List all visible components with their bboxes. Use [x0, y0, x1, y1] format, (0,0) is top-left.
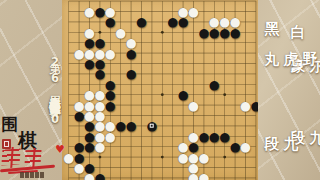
last-move-marker [150, 124, 155, 129]
black-stone: ● [115, 120, 126, 131]
black-stone: ● [250, 100, 258, 111]
black-stone: ● [126, 120, 137, 131]
heart-icon: ♥ [55, 143, 65, 156]
white-stone: ● [105, 6, 116, 17]
logo-char-wei: 围 [1, 113, 18, 136]
star-point [161, 156, 164, 159]
white-player-name: 谢尔豪 [288, 46, 320, 48]
black-player-rank: 九段 [262, 124, 300, 126]
black-stone: ● [94, 172, 105, 180]
black-stone: ● [198, 27, 209, 38]
star-point [161, 93, 164, 96]
white-stone: ● [74, 48, 85, 59]
white-stone: ● [240, 141, 251, 152]
star-point [161, 31, 164, 34]
white-stone: ● [94, 48, 105, 59]
white-stone: ● [198, 152, 209, 163]
white-stone: ● [178, 152, 189, 163]
black-color-label: 黑 [262, 9, 281, 11]
star-point [99, 156, 102, 159]
black-stone: ● [167, 16, 178, 27]
white-stone: ● [188, 131, 199, 142]
black-stone: ● [219, 131, 230, 142]
white-stone: ● [126, 37, 137, 48]
graffiti-stroke-block [24, 150, 41, 166]
white-stone: ● [198, 172, 209, 180]
white-stone: ● [105, 48, 116, 59]
black-stone: ● [94, 6, 105, 17]
black-stone: ● [198, 131, 209, 142]
star-point [223, 93, 226, 96]
white-stone: ● [74, 100, 85, 111]
white-stone: ● [188, 6, 199, 17]
graffiti-stroke-block [1, 148, 20, 165]
white-stone: ● [84, 27, 95, 38]
white-stone: ● [188, 100, 199, 111]
star-point [223, 156, 226, 159]
black-stone: ● [94, 68, 105, 79]
white-stone: ● [230, 16, 241, 27]
white-stone: ● [219, 16, 230, 27]
black-stone: ● [146, 120, 157, 131]
black-stone: ● [178, 89, 189, 100]
white-stone: ● [74, 162, 85, 173]
black-stone: ● [230, 141, 241, 152]
white-stone: ● [84, 6, 95, 17]
go-board: ●●●●●●●●●●●●●●●●●●●●●●●●●●●●●●●●●●●●●●●●… [62, 0, 258, 180]
go-broadcast-thumbnail: 第26届农心杯世界团体赛10 ●●●●●●●●●●●●●●●●●●●●●●●●●… [0, 0, 320, 180]
black-stone: ● [105, 100, 116, 111]
white-color-label: 白 [288, 12, 307, 14]
black-stone: ● [209, 79, 220, 90]
black-player-name: 芝野虎丸 [262, 39, 320, 41]
star-point [99, 31, 102, 34]
white-stone: ● [178, 6, 189, 17]
white-stone: ● [105, 131, 116, 142]
black-stone: ● [126, 68, 137, 79]
black-stone: ● [136, 16, 147, 27]
red-graffiti-strokes [0, 147, 56, 173]
white-stone: ● [94, 141, 105, 152]
channel-logo: 围 棋 [0, 106, 58, 180]
white-stone: ● [240, 100, 251, 111]
white-stone: ● [115, 27, 126, 38]
fine-print-marks [20, 172, 44, 178]
white-stone: ● [84, 172, 95, 180]
white-player-rank: 九段 [288, 118, 320, 120]
